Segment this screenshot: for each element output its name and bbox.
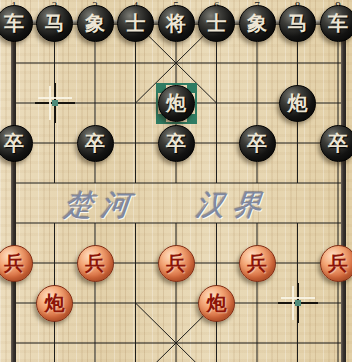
piece-black-horse[interactable]: 马 bbox=[279, 5, 316, 42]
piece-red-soldier[interactable]: 兵 bbox=[239, 245, 276, 282]
piece-black-elephant[interactable]: 象 bbox=[77, 5, 114, 42]
river-text-chu-he: 楚河 bbox=[62, 186, 140, 226]
piece-black-advisor[interactable]: 士 bbox=[117, 5, 154, 42]
piece-black-elephant[interactable]: 象 bbox=[239, 5, 276, 42]
piece-red-cannon[interactable]: 炮 bbox=[198, 285, 235, 322]
piece-black-soldier[interactable]: 卒 bbox=[320, 125, 352, 162]
piece-black-soldier[interactable]: 卒 bbox=[239, 125, 276, 162]
piece-black-soldier[interactable]: 卒 bbox=[77, 125, 114, 162]
piece-red-cannon[interactable]: 炮 bbox=[36, 285, 73, 322]
xiangqi-board[interactable]: 123456789 楚河 汉界 车马象士将士象马车炮炮卒卒卒卒卒兵兵兵兵兵炮炮 bbox=[0, 0, 352, 362]
piece-black-general[interactable]: 将 bbox=[158, 5, 195, 42]
river-text-han-jie: 汉界 bbox=[194, 186, 272, 226]
piece-red-soldier[interactable]: 兵 bbox=[0, 245, 33, 282]
piece-black-chariot[interactable]: 车 bbox=[320, 5, 352, 42]
board-border-left bbox=[11, 21, 16, 362]
piece-black-horse[interactable]: 马 bbox=[36, 5, 73, 42]
piece-black-advisor[interactable]: 士 bbox=[198, 5, 235, 42]
piece-black-soldier[interactable]: 卒 bbox=[0, 125, 33, 162]
move-origin-marker bbox=[278, 283, 318, 323]
piece-red-soldier[interactable]: 兵 bbox=[320, 245, 352, 282]
piece-black-cannon[interactable]: 炮 bbox=[158, 85, 195, 122]
piece-black-cannon[interactable]: 炮 bbox=[279, 85, 316, 122]
move-origin-marker bbox=[35, 83, 75, 123]
board-border-right bbox=[341, 21, 346, 362]
piece-black-soldier[interactable]: 卒 bbox=[158, 125, 195, 162]
piece-black-chariot[interactable]: 车 bbox=[0, 5, 33, 42]
piece-red-soldier[interactable]: 兵 bbox=[158, 245, 195, 282]
piece-red-soldier[interactable]: 兵 bbox=[77, 245, 114, 282]
